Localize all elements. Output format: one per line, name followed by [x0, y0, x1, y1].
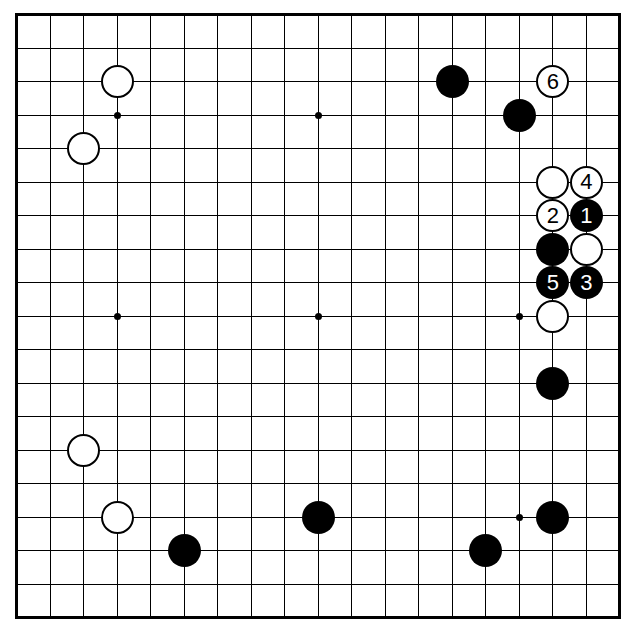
intersection-N12 — [402, 233, 436, 267]
intersection-S14: 4 — [570, 166, 604, 200]
intersection-R16 — [536, 99, 570, 133]
intersection-S15 — [570, 132, 604, 166]
intersection-H8 — [235, 367, 269, 401]
intersection-B2 — [34, 568, 68, 602]
intersection-F16 — [168, 99, 202, 133]
intersection-B8 — [34, 367, 68, 401]
intersection-C3 — [67, 534, 101, 568]
intersection-O7 — [436, 400, 470, 434]
intersection-D10 — [101, 300, 135, 334]
intersection-H4 — [235, 501, 269, 535]
intersection-J7 — [268, 400, 302, 434]
intersection-M19 — [369, 0, 403, 32]
intersection-P3 — [469, 534, 503, 568]
intersection-D9 — [101, 333, 135, 367]
intersection-N9 — [402, 333, 436, 367]
intersection-Q19 — [503, 0, 537, 32]
intersection-B12 — [34, 233, 68, 267]
intersection-F5 — [168, 467, 202, 501]
move-2-white-stone-R13: 2 — [536, 199, 569, 232]
move-6-white-stone-R17: 6 — [536, 65, 569, 98]
intersection-K10 — [302, 300, 336, 334]
intersection-R11: 5 — [536, 266, 570, 300]
intersection-G11 — [201, 266, 235, 300]
intersection-J10 — [268, 300, 302, 334]
intersection-Q16 — [503, 99, 537, 133]
intersection-C11 — [67, 266, 101, 300]
intersection-K3 — [302, 534, 336, 568]
intersection-L18 — [335, 32, 369, 66]
intersection-M6 — [369, 434, 403, 468]
intersection-J8 — [268, 367, 302, 401]
black-stone-R4 — [536, 501, 569, 534]
intersection-M9 — [369, 333, 403, 367]
intersection-L7 — [335, 400, 369, 434]
intersection-T9 — [603, 333, 637, 367]
intersection-A18 — [0, 32, 34, 66]
intersection-Q18 — [503, 32, 537, 66]
intersection-O10 — [436, 300, 470, 334]
intersection-K12 — [302, 233, 336, 267]
intersection-T1 — [603, 601, 637, 635]
intersection-F11 — [168, 266, 202, 300]
white-stone-D4 — [101, 501, 134, 534]
white-stone-D17 — [101, 65, 134, 98]
intersection-M13 — [369, 199, 403, 233]
intersection-E16 — [134, 99, 168, 133]
intersection-S4 — [570, 501, 604, 535]
intersection-P14 — [469, 166, 503, 200]
intersection-N3 — [402, 534, 436, 568]
intersection-M14 — [369, 166, 403, 200]
intersection-F18 — [168, 32, 202, 66]
intersection-H6 — [235, 434, 269, 468]
intersection-A12 — [0, 233, 34, 267]
intersection-D16 — [101, 99, 135, 133]
intersection-H14 — [235, 166, 269, 200]
intersection-E9 — [134, 333, 168, 367]
intersection-D18 — [101, 32, 135, 66]
intersection-S10 — [570, 300, 604, 334]
intersection-K1 — [302, 601, 336, 635]
intersection-F4 — [168, 501, 202, 535]
intersection-J16 — [268, 99, 302, 133]
intersection-J13 — [268, 199, 302, 233]
intersection-S19 — [570, 0, 604, 32]
intersection-A17 — [0, 65, 34, 99]
intersection-A16 — [0, 99, 34, 133]
intersection-B7 — [34, 400, 68, 434]
intersection-M1 — [369, 601, 403, 635]
intersection-N5 — [402, 467, 436, 501]
intersection-T11 — [603, 266, 637, 300]
intersection-O3 — [436, 534, 470, 568]
intersection-S12 — [570, 233, 604, 267]
intersection-E10 — [134, 300, 168, 334]
intersection-G10 — [201, 300, 235, 334]
intersection-A19 — [0, 0, 34, 32]
black-stone-R8 — [536, 367, 569, 400]
intersection-F19 — [168, 0, 202, 32]
intersection-S9 — [570, 333, 604, 367]
intersection-S6 — [570, 434, 604, 468]
intersection-L4 — [335, 501, 369, 535]
intersection-P18 — [469, 32, 503, 66]
intersection-T10 — [603, 300, 637, 334]
intersection-K8 — [302, 367, 336, 401]
intersection-K13 — [302, 199, 336, 233]
intersection-M2 — [369, 568, 403, 602]
intersection-Q4 — [503, 501, 537, 535]
intersection-R5 — [536, 467, 570, 501]
intersection-C15 — [67, 132, 101, 166]
intersection-L5 — [335, 467, 369, 501]
intersection-L15 — [335, 132, 369, 166]
intersection-L10 — [335, 300, 369, 334]
intersection-J17 — [268, 65, 302, 99]
intersection-M18 — [369, 32, 403, 66]
intersection-O13 — [436, 199, 470, 233]
intersection-N10 — [402, 300, 436, 334]
intersection-D2 — [101, 568, 135, 602]
intersection-B13 — [34, 199, 68, 233]
intersection-C14 — [67, 166, 101, 200]
black-stone-R12 — [536, 233, 569, 266]
intersection-O16 — [436, 99, 470, 133]
intersection-M3 — [369, 534, 403, 568]
intersection-T4 — [603, 501, 637, 535]
intersection-T8 — [603, 367, 637, 401]
intersection-N11 — [402, 266, 436, 300]
intersection-Q3 — [503, 534, 537, 568]
intersection-O19 — [436, 0, 470, 32]
intersection-E19 — [134, 0, 168, 32]
intersection-M5 — [369, 467, 403, 501]
intersection-E5 — [134, 467, 168, 501]
intersection-Q12 — [503, 233, 537, 267]
intersection-L19 — [335, 0, 369, 32]
intersection-A3 — [0, 534, 34, 568]
intersection-P5 — [469, 467, 503, 501]
intersection-L11 — [335, 266, 369, 300]
intersection-J3 — [268, 534, 302, 568]
intersection-N16 — [402, 99, 436, 133]
intersection-D13 — [101, 199, 135, 233]
white-stone-R10 — [536, 300, 569, 333]
intersection-N1 — [402, 601, 436, 635]
intersection-O2 — [436, 568, 470, 602]
black-stone-Q16 — [503, 99, 536, 132]
intersection-E11 — [134, 266, 168, 300]
intersection-G4 — [201, 501, 235, 535]
intersection-G12 — [201, 233, 235, 267]
intersection-K9 — [302, 333, 336, 367]
intersection-F17 — [168, 65, 202, 99]
intersection-A6 — [0, 434, 34, 468]
intersection-T7 — [603, 400, 637, 434]
intersection-K6 — [302, 434, 336, 468]
intersection-J4 — [268, 501, 302, 535]
intersection-C10 — [67, 300, 101, 334]
star-point-D10 — [114, 313, 121, 320]
intersection-P10 — [469, 300, 503, 334]
intersection-Q13 — [503, 199, 537, 233]
intersection-N19 — [402, 0, 436, 32]
intersection-R19 — [536, 0, 570, 32]
intersection-O11 — [436, 266, 470, 300]
intersection-L2 — [335, 568, 369, 602]
intersection-P17 — [469, 65, 503, 99]
intersection-H12 — [235, 233, 269, 267]
intersection-H2 — [235, 568, 269, 602]
intersection-R9 — [536, 333, 570, 367]
intersection-F2 — [168, 568, 202, 602]
intersection-A13 — [0, 199, 34, 233]
white-stone-R14 — [536, 166, 569, 199]
intersection-C5 — [67, 467, 101, 501]
intersection-F6 — [168, 434, 202, 468]
intersection-N15 — [402, 132, 436, 166]
intersection-T6 — [603, 434, 637, 468]
intersection-M15 — [369, 132, 403, 166]
move-1-black-stone-S13: 1 — [570, 199, 603, 232]
intersection-K7 — [302, 400, 336, 434]
intersection-O12 — [436, 233, 470, 267]
intersection-K17 — [302, 65, 336, 99]
intersection-M8 — [369, 367, 403, 401]
intersection-O9 — [436, 333, 470, 367]
intersection-J9 — [268, 333, 302, 367]
intersection-R6 — [536, 434, 570, 468]
intersection-C12 — [67, 233, 101, 267]
intersection-A4 — [0, 501, 34, 535]
intersection-R13: 2 — [536, 199, 570, 233]
white-stone-C6 — [67, 434, 100, 467]
intersection-J5 — [268, 467, 302, 501]
intersection-T19 — [603, 0, 637, 32]
intersection-N13 — [402, 199, 436, 233]
intersection-Q14 — [503, 166, 537, 200]
intersection-E12 — [134, 233, 168, 267]
intersection-P16 — [469, 99, 503, 133]
intersection-N7 — [402, 400, 436, 434]
intersection-C18 — [67, 32, 101, 66]
intersection-Q11 — [503, 266, 537, 300]
intersection-L8 — [335, 367, 369, 401]
intersection-M17 — [369, 65, 403, 99]
intersection-O8 — [436, 367, 470, 401]
intersection-T18 — [603, 32, 637, 66]
intersection-G8 — [201, 367, 235, 401]
intersection-E15 — [134, 132, 168, 166]
star-point-K10 — [315, 313, 322, 320]
intersection-L3 — [335, 534, 369, 568]
white-stone-C15 — [67, 132, 100, 165]
intersection-O6 — [436, 434, 470, 468]
intersection-A8 — [0, 367, 34, 401]
intersection-C13 — [67, 199, 101, 233]
intersection-J1 — [268, 601, 302, 635]
intersection-C19 — [67, 0, 101, 32]
intersection-G2 — [201, 568, 235, 602]
intersection-G18 — [201, 32, 235, 66]
intersection-C8 — [67, 367, 101, 401]
intersection-D19 — [101, 0, 135, 32]
intersection-J18 — [268, 32, 302, 66]
intersection-P7 — [469, 400, 503, 434]
white-stone-S12 — [570, 233, 603, 266]
black-stone-P3 — [469, 534, 502, 567]
intersection-R7 — [536, 400, 570, 434]
intersection-O14 — [436, 166, 470, 200]
intersection-S11: 3 — [570, 266, 604, 300]
intersection-K11 — [302, 266, 336, 300]
intersection-P19 — [469, 0, 503, 32]
intersection-F12 — [168, 233, 202, 267]
intersection-O17 — [436, 65, 470, 99]
intersection-D17 — [101, 65, 135, 99]
intersection-Q7 — [503, 400, 537, 434]
intersection-G15 — [201, 132, 235, 166]
intersection-B1 — [34, 601, 68, 635]
intersection-R18 — [536, 32, 570, 66]
intersection-B19 — [34, 0, 68, 32]
intersection-S1 — [570, 601, 604, 635]
intersection-E18 — [134, 32, 168, 66]
intersection-M4 — [369, 501, 403, 535]
intersection-D8 — [101, 367, 135, 401]
intersection-F7 — [168, 400, 202, 434]
intersection-B5 — [34, 467, 68, 501]
intersection-F14 — [168, 166, 202, 200]
intersection-R17: 6 — [536, 65, 570, 99]
intersection-S17 — [570, 65, 604, 99]
intersection-T14 — [603, 166, 637, 200]
intersection-B17 — [34, 65, 68, 99]
intersection-R3 — [536, 534, 570, 568]
intersection-H11 — [235, 266, 269, 300]
intersection-Q5 — [503, 467, 537, 501]
intersection-H7 — [235, 400, 269, 434]
intersection-L9 — [335, 333, 369, 367]
intersection-A1 — [0, 601, 34, 635]
intersection-O15 — [436, 132, 470, 166]
intersection-Q8 — [503, 367, 537, 401]
intersection-A14 — [0, 166, 34, 200]
intersection-F8 — [168, 367, 202, 401]
intersection-T3 — [603, 534, 637, 568]
intersection-L6 — [335, 434, 369, 468]
intersection-A15 — [0, 132, 34, 166]
intersection-Q2 — [503, 568, 537, 602]
intersection-O18 — [436, 32, 470, 66]
intersection-S16 — [570, 99, 604, 133]
intersection-Q15 — [503, 132, 537, 166]
intersection-H3 — [235, 534, 269, 568]
intersection-B11 — [34, 266, 68, 300]
intersection-B9 — [34, 333, 68, 367]
intersection-B14 — [34, 166, 68, 200]
intersection-Q17 — [503, 65, 537, 99]
intersection-G17 — [201, 65, 235, 99]
intersection-R2 — [536, 568, 570, 602]
intersection-L1 — [335, 601, 369, 635]
intersection-M7 — [369, 400, 403, 434]
intersection-Q1 — [503, 601, 537, 635]
intersection-G13 — [201, 199, 235, 233]
intersection-P2 — [469, 568, 503, 602]
intersection-E4 — [134, 501, 168, 535]
intersection-L14 — [335, 166, 369, 200]
intersection-P4 — [469, 501, 503, 535]
intersection-F10 — [168, 300, 202, 334]
intersection-A10 — [0, 300, 34, 334]
intersection-H9 — [235, 333, 269, 367]
intersection-H5 — [235, 467, 269, 501]
intersection-K15 — [302, 132, 336, 166]
intersection-S18 — [570, 32, 604, 66]
move-5-black-stone-R11: 5 — [536, 266, 569, 299]
star-point-K16 — [315, 112, 322, 119]
move-4-white-stone-S14: 4 — [570, 166, 603, 199]
intersection-E13 — [134, 199, 168, 233]
intersection-R12 — [536, 233, 570, 267]
intersection-A7 — [0, 400, 34, 434]
intersection-N14 — [402, 166, 436, 200]
intersection-P9 — [469, 333, 503, 367]
intersection-A11 — [0, 266, 34, 300]
intersection-D7 — [101, 400, 135, 434]
intersection-N17 — [402, 65, 436, 99]
intersection-C7 — [67, 400, 101, 434]
intersection-J19 — [268, 0, 302, 32]
intersection-R15 — [536, 132, 570, 166]
intersection-E17 — [134, 65, 168, 99]
intersection-H13 — [235, 199, 269, 233]
intersection-D12 — [101, 233, 135, 267]
intersection-D11 — [101, 266, 135, 300]
intersection-E14 — [134, 166, 168, 200]
intersection-C6 — [67, 434, 101, 468]
intersection-B16 — [34, 99, 68, 133]
intersection-K14 — [302, 166, 336, 200]
intersection-D1 — [101, 601, 135, 635]
intersection-D14 — [101, 166, 135, 200]
intersection-O4 — [436, 501, 470, 535]
intersection-L13 — [335, 199, 369, 233]
intersection-P6 — [469, 434, 503, 468]
intersection-L16 — [335, 99, 369, 133]
intersection-R8 — [536, 367, 570, 401]
intersection-K19 — [302, 0, 336, 32]
intersection-E1 — [134, 601, 168, 635]
intersection-T15 — [603, 132, 637, 166]
intersection-S3 — [570, 534, 604, 568]
intersection-K18 — [302, 32, 336, 66]
intersection-B10 — [34, 300, 68, 334]
intersection-C17 — [67, 65, 101, 99]
intersection-M11 — [369, 266, 403, 300]
intersection-S5 — [570, 467, 604, 501]
intersection-G14 — [201, 166, 235, 200]
intersection-E7 — [134, 400, 168, 434]
intersection-K2 — [302, 568, 336, 602]
intersection-J12 — [268, 233, 302, 267]
intersection-H10 — [235, 300, 269, 334]
intersection-A2 — [0, 568, 34, 602]
intersection-G7 — [201, 400, 235, 434]
intersection-B6 — [34, 434, 68, 468]
